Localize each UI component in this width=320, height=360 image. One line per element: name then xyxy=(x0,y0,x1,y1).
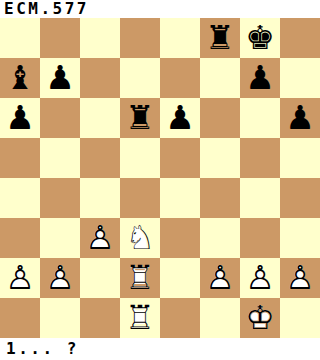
square-g2[interactable]: ♟︎♙︎ xyxy=(240,258,280,298)
square-f7[interactable] xyxy=(200,58,240,98)
square-f2[interactable]: ♟︎♙︎ xyxy=(200,258,240,298)
piece-black-king: ♚︎ xyxy=(240,18,280,58)
square-b2[interactable]: ♟︎♙︎ xyxy=(40,258,80,298)
square-g7[interactable]: ♟︎ xyxy=(240,58,280,98)
move-prompt: 1... ? xyxy=(0,338,320,360)
square-a3[interactable] xyxy=(0,218,40,258)
square-c5[interactable] xyxy=(80,138,120,178)
square-h5[interactable] xyxy=(280,138,320,178)
square-b5[interactable] xyxy=(40,138,80,178)
square-d4[interactable] xyxy=(120,178,160,218)
piece-white-pawn: ♟︎♙︎ xyxy=(40,258,80,298)
piece-white-pawn: ♟︎♙︎ xyxy=(0,258,40,298)
square-a1[interactable] xyxy=(0,298,40,338)
square-g8[interactable]: ♚︎ xyxy=(240,18,280,58)
square-f6[interactable] xyxy=(200,98,240,138)
square-a4[interactable] xyxy=(0,178,40,218)
square-g5[interactable] xyxy=(240,138,280,178)
square-h3[interactable] xyxy=(280,218,320,258)
square-b3[interactable] xyxy=(40,218,80,258)
square-g4[interactable] xyxy=(240,178,280,218)
piece-black-pawn: ♟︎ xyxy=(240,58,280,98)
square-e8[interactable] xyxy=(160,18,200,58)
piece-black-pawn: ♟︎ xyxy=(40,58,80,98)
square-a5[interactable] xyxy=(0,138,40,178)
piece-black-pawn: ♟︎ xyxy=(280,98,320,138)
square-a6[interactable]: ♟︎ xyxy=(0,98,40,138)
square-h6[interactable]: ♟︎ xyxy=(280,98,320,138)
square-b1[interactable] xyxy=(40,298,80,338)
square-d7[interactable] xyxy=(120,58,160,98)
square-c1[interactable] xyxy=(80,298,120,338)
square-f8[interactable]: ♜︎ xyxy=(200,18,240,58)
square-d3[interactable]: ♞︎♘︎ xyxy=(120,218,160,258)
piece-white-pawn: ♟︎♙︎ xyxy=(240,258,280,298)
square-f1[interactable] xyxy=(200,298,240,338)
square-b6[interactable] xyxy=(40,98,80,138)
square-h7[interactable] xyxy=(280,58,320,98)
chess-program-window: ECM.577 ♜︎♚︎♝︎♟︎♟︎♟︎♜︎♟︎♟︎♟︎♙︎♞︎♘︎♟︎♙︎♟︎… xyxy=(0,0,320,360)
square-d1[interactable]: ♜︎♖︎ xyxy=(120,298,160,338)
piece-black-pawn: ♟︎ xyxy=(0,98,40,138)
square-d5[interactable] xyxy=(120,138,160,178)
square-a7[interactable]: ♝︎ xyxy=(0,58,40,98)
piece-white-knight: ♞︎♘︎ xyxy=(120,218,160,258)
square-b7[interactable]: ♟︎ xyxy=(40,58,80,98)
piece-black-pawn: ♟︎ xyxy=(160,98,200,138)
square-f5[interactable] xyxy=(200,138,240,178)
square-f4[interactable] xyxy=(200,178,240,218)
piece-black-rook: ♜︎ xyxy=(120,98,160,138)
square-c8[interactable] xyxy=(80,18,120,58)
square-e6[interactable]: ♟︎ xyxy=(160,98,200,138)
square-h8[interactable] xyxy=(280,18,320,58)
square-a2[interactable]: ♟︎♙︎ xyxy=(0,258,40,298)
square-c6[interactable] xyxy=(80,98,120,138)
square-d2[interactable]: ♜︎♖︎ xyxy=(120,258,160,298)
square-h4[interactable] xyxy=(280,178,320,218)
square-g6[interactable] xyxy=(240,98,280,138)
piece-black-bishop: ♝︎ xyxy=(0,58,40,98)
piece-white-pawn: ♟︎♙︎ xyxy=(200,258,240,298)
square-c7[interactable] xyxy=(80,58,120,98)
square-e5[interactable] xyxy=(160,138,200,178)
square-e1[interactable] xyxy=(160,298,200,338)
square-b4[interactable] xyxy=(40,178,80,218)
square-g1[interactable]: ♚︎♔︎ xyxy=(240,298,280,338)
puzzle-title: ECM.577 xyxy=(0,0,320,18)
square-h1[interactable] xyxy=(280,298,320,338)
square-e7[interactable] xyxy=(160,58,200,98)
square-b8[interactable] xyxy=(40,18,80,58)
piece-white-pawn: ♟︎♙︎ xyxy=(280,258,320,298)
square-d6[interactable]: ♜︎ xyxy=(120,98,160,138)
square-g3[interactable] xyxy=(240,218,280,258)
piece-white-rook: ♜︎♖︎ xyxy=(120,258,160,298)
square-c3[interactable]: ♟︎♙︎ xyxy=(80,218,120,258)
square-d8[interactable] xyxy=(120,18,160,58)
square-c4[interactable] xyxy=(80,178,120,218)
square-e2[interactable] xyxy=(160,258,200,298)
square-e3[interactable] xyxy=(160,218,200,258)
square-e4[interactable] xyxy=(160,178,200,218)
piece-white-pawn: ♟︎♙︎ xyxy=(80,218,120,258)
chess-board: ♜︎♚︎♝︎♟︎♟︎♟︎♜︎♟︎♟︎♟︎♙︎♞︎♘︎♟︎♙︎♟︎♙︎♜︎♖︎♟︎… xyxy=(0,18,320,338)
piece-white-king: ♚︎♔︎ xyxy=(240,298,280,338)
piece-white-rook: ♜︎♖︎ xyxy=(120,298,160,338)
square-h2[interactable]: ♟︎♙︎ xyxy=(280,258,320,298)
square-a8[interactable] xyxy=(0,18,40,58)
square-c2[interactable] xyxy=(80,258,120,298)
square-f3[interactable] xyxy=(200,218,240,258)
piece-black-rook: ♜︎ xyxy=(200,18,240,58)
